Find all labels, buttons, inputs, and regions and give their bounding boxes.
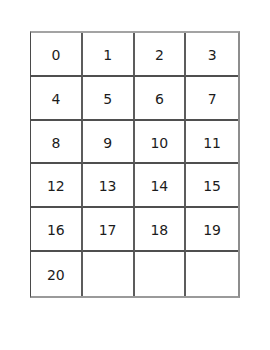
grid-cell-17: 17	[83, 208, 135, 252]
grid-cell-0: 0	[31, 33, 83, 77]
grid-cell-20: 20	[31, 252, 83, 296]
grid-cell-22-empty	[135, 252, 187, 296]
grid-cell-13: 13	[83, 164, 135, 208]
grid-cell-23-empty	[186, 252, 238, 296]
number-chart-grid: 0 1 2 3 4 5 6 7 8 9 10 11 12 13 14 15 16…	[30, 31, 240, 298]
grid-cell-4: 4	[31, 77, 83, 121]
grid-cell-15: 15	[186, 164, 238, 208]
grid-cell-14: 14	[135, 164, 187, 208]
grid-cell-16: 16	[31, 208, 83, 252]
grid-cell-9: 9	[83, 121, 135, 165]
grid-cell-21-empty	[83, 252, 135, 296]
grid-cell-11: 11	[186, 121, 238, 165]
worksheet-page: 0 1 2 3 4 5 6 7 8 9 10 11 12 13 14 15 16…	[0, 0, 270, 350]
grid-cell-3: 3	[186, 33, 238, 77]
grid-cell-10: 10	[135, 121, 187, 165]
grid-cell-7: 7	[186, 77, 238, 121]
grid-cell-2: 2	[135, 33, 187, 77]
grid-cell-18: 18	[135, 208, 187, 252]
grid-cell-5: 5	[83, 77, 135, 121]
grid-cell-6: 6	[135, 77, 187, 121]
grid-cell-1: 1	[83, 33, 135, 77]
grid-cell-8: 8	[31, 121, 83, 165]
grid-cell-19: 19	[186, 208, 238, 252]
grid-cell-12: 12	[31, 164, 83, 208]
